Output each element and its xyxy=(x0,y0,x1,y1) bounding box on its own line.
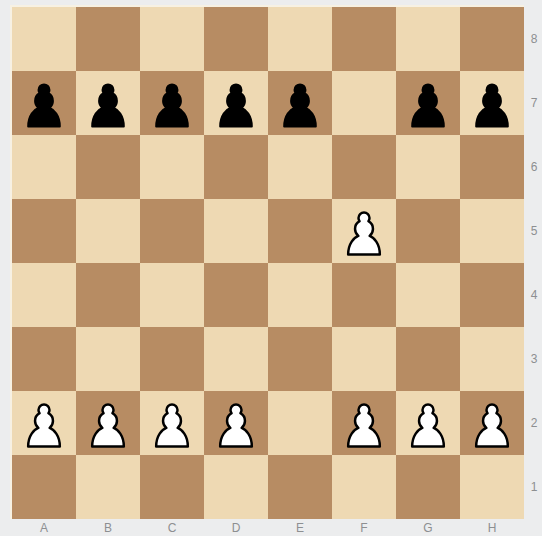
square-c5[interactable] xyxy=(140,199,204,263)
black-pawn[interactable] xyxy=(141,72,203,134)
page-background: 87654321 ABCDEFGH xyxy=(0,0,542,536)
rank-label-4: 4 xyxy=(526,263,542,327)
square-b7[interactable] xyxy=(76,71,140,135)
square-h8[interactable] xyxy=(460,7,524,71)
chess-board xyxy=(12,7,524,519)
white-pawn[interactable] xyxy=(333,392,395,454)
file-label-a: A xyxy=(12,519,76,536)
square-e6[interactable] xyxy=(268,135,332,199)
rank-label-2: 2 xyxy=(526,391,542,455)
square-b4[interactable] xyxy=(76,263,140,327)
square-a3[interactable] xyxy=(12,327,76,391)
square-f5[interactable] xyxy=(332,199,396,263)
black-pawn[interactable] xyxy=(13,72,75,134)
square-d2[interactable] xyxy=(204,391,268,455)
rank-label-7: 7 xyxy=(526,71,542,135)
square-g2[interactable] xyxy=(396,391,460,455)
black-pawn[interactable] xyxy=(461,72,523,134)
square-f1[interactable] xyxy=(332,455,396,519)
file-label-f: F xyxy=(332,519,396,536)
square-h6[interactable] xyxy=(460,135,524,199)
black-pawn[interactable] xyxy=(205,72,267,134)
rank-label-3: 3 xyxy=(526,327,542,391)
square-e3[interactable] xyxy=(268,327,332,391)
black-pawn[interactable] xyxy=(77,72,139,134)
rank-label-6: 6 xyxy=(526,135,542,199)
square-d6[interactable] xyxy=(204,135,268,199)
square-c4[interactable] xyxy=(140,263,204,327)
square-g6[interactable] xyxy=(396,135,460,199)
square-e2[interactable] xyxy=(268,391,332,455)
file-label-g: G xyxy=(396,519,460,536)
square-a1[interactable] xyxy=(12,455,76,519)
square-g5[interactable] xyxy=(396,199,460,263)
square-b5[interactable] xyxy=(76,199,140,263)
white-pawn[interactable] xyxy=(141,392,203,454)
white-pawn[interactable] xyxy=(397,392,459,454)
square-h5[interactable] xyxy=(460,199,524,263)
square-a8[interactable] xyxy=(12,7,76,71)
black-pawn[interactable] xyxy=(397,72,459,134)
rank-label-8: 8 xyxy=(526,7,542,71)
rank-labels: 87654321 xyxy=(526,7,542,519)
square-f3[interactable] xyxy=(332,327,396,391)
square-g4[interactable] xyxy=(396,263,460,327)
square-h1[interactable] xyxy=(460,455,524,519)
square-h2[interactable] xyxy=(460,391,524,455)
square-g7[interactable] xyxy=(396,71,460,135)
square-f6[interactable] xyxy=(332,135,396,199)
square-h4[interactable] xyxy=(460,263,524,327)
square-e4[interactable] xyxy=(268,263,332,327)
square-b1[interactable] xyxy=(76,455,140,519)
square-e7[interactable] xyxy=(268,71,332,135)
square-e5[interactable] xyxy=(268,199,332,263)
black-pawn[interactable] xyxy=(269,72,331,134)
white-pawn[interactable] xyxy=(333,200,395,262)
square-d8[interactable] xyxy=(204,7,268,71)
file-label-b: B xyxy=(76,519,140,536)
square-e8[interactable] xyxy=(268,7,332,71)
square-a4[interactable] xyxy=(12,263,76,327)
square-h7[interactable] xyxy=(460,71,524,135)
square-c8[interactable] xyxy=(140,7,204,71)
square-d3[interactable] xyxy=(204,327,268,391)
white-pawn[interactable] xyxy=(461,392,523,454)
square-f4[interactable] xyxy=(332,263,396,327)
square-c3[interactable] xyxy=(140,327,204,391)
square-c7[interactable] xyxy=(140,71,204,135)
square-c6[interactable] xyxy=(140,135,204,199)
square-b6[interactable] xyxy=(76,135,140,199)
rank-label-1: 1 xyxy=(526,455,542,519)
white-pawn[interactable] xyxy=(77,392,139,454)
square-c2[interactable] xyxy=(140,391,204,455)
square-a6[interactable] xyxy=(12,135,76,199)
square-d1[interactable] xyxy=(204,455,268,519)
square-a5[interactable] xyxy=(12,199,76,263)
file-label-h: H xyxy=(460,519,524,536)
board-frame xyxy=(10,5,524,519)
white-pawn[interactable] xyxy=(205,392,267,454)
square-f8[interactable] xyxy=(332,7,396,71)
square-b2[interactable] xyxy=(76,391,140,455)
square-d7[interactable] xyxy=(204,71,268,135)
rank-label-5: 5 xyxy=(526,199,542,263)
square-d4[interactable] xyxy=(204,263,268,327)
square-f7[interactable] xyxy=(332,71,396,135)
square-a2[interactable] xyxy=(12,391,76,455)
square-g8[interactable] xyxy=(396,7,460,71)
file-labels: ABCDEFGH xyxy=(12,519,524,536)
square-a7[interactable] xyxy=(12,71,76,135)
file-label-d: D xyxy=(204,519,268,536)
square-c1[interactable] xyxy=(140,455,204,519)
square-e1[interactable] xyxy=(268,455,332,519)
square-h3[interactable] xyxy=(460,327,524,391)
square-g1[interactable] xyxy=(396,455,460,519)
file-label-e: E xyxy=(268,519,332,536)
square-d5[interactable] xyxy=(204,199,268,263)
file-label-c: C xyxy=(140,519,204,536)
square-f2[interactable] xyxy=(332,391,396,455)
white-pawn[interactable] xyxy=(13,392,75,454)
square-b8[interactable] xyxy=(76,7,140,71)
square-g3[interactable] xyxy=(396,327,460,391)
square-b3[interactable] xyxy=(76,327,140,391)
